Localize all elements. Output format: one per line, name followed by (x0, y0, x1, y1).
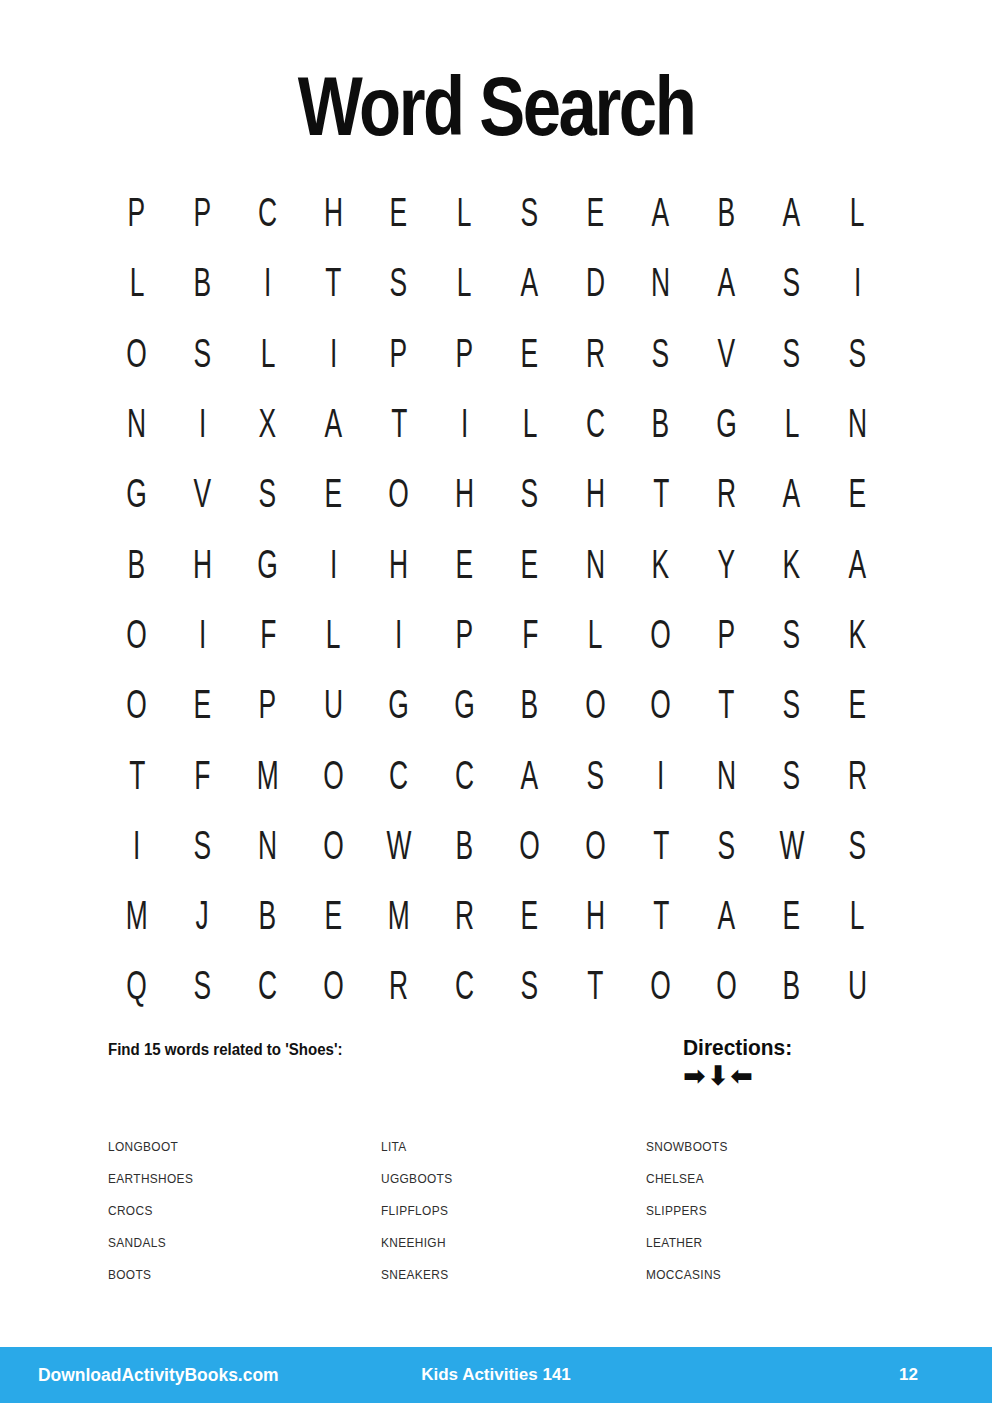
grid-letter: L (850, 895, 865, 936)
grid-cell-r6c9[interactable]: K (628, 528, 694, 598)
grid-letter: E (521, 895, 539, 936)
clue-text: Find 15 words related to 'Shoes': (108, 1041, 342, 1059)
grid-cell-r8c6[interactable]: G (432, 669, 498, 739)
grid-letter: S (783, 332, 801, 373)
grid-cell-r3c10[interactable]: V (694, 318, 760, 388)
grid-letter: I (264, 262, 271, 303)
grid-cell-r12c9[interactable]: O (628, 950, 694, 1020)
word-list-item: UGGBOOTS (381, 1171, 614, 1203)
grid-letter: A (717, 895, 735, 936)
word-list-item: SANDALS (108, 1235, 348, 1267)
grid-cell-r6c3[interactable]: G (235, 528, 301, 598)
grid-letter: A (848, 543, 866, 584)
grid-cell-r9c11[interactable]: S (759, 739, 825, 809)
grid-cell-r3c11[interactable]: S (759, 318, 825, 388)
grid-cell-r11c1[interactable]: M (104, 880, 170, 950)
grid-cell-r8c4[interactable]: U (301, 669, 367, 739)
directions-label: Directions: (683, 1035, 792, 1061)
grid-letter: W (779, 824, 804, 865)
grid-cell-r2c12[interactable]: I (825, 247, 891, 317)
grid-cell-r12c8[interactable]: T (563, 950, 629, 1020)
grid-letter: S (717, 824, 735, 865)
grid-letter: I (133, 824, 140, 865)
grid-cell-r4c3[interactable]: X (235, 388, 301, 458)
grid-cell-r1c2[interactable]: P (170, 177, 236, 247)
grid-letter: L (260, 332, 275, 373)
grid-letter: G (257, 543, 278, 584)
grid-cell-r12c1[interactable]: Q (104, 950, 170, 1020)
grid-cell-r8c2[interactable]: E (170, 669, 236, 739)
grid-cell-r11c7[interactable]: E (497, 880, 563, 950)
grid-letter: O (650, 965, 671, 1006)
grid-letter: M (388, 895, 410, 936)
page: Word Search PPCHELSEABALLBITSLADNASIOSLI… (0, 0, 992, 1403)
grid-cell-r10c11[interactable]: W (759, 810, 825, 880)
grid-cell-r4c9[interactable]: B (628, 388, 694, 458)
grid-cell-r3c4[interactable]: I (301, 318, 367, 388)
grid-letter: R (586, 332, 605, 373)
grid-letter: X (259, 403, 277, 444)
grid-letter: V (717, 332, 735, 373)
grid-cell-r6c2[interactable]: H (170, 528, 236, 598)
grid-cell-r11c11[interactable]: E (759, 880, 825, 950)
grid-letter: Y (717, 543, 735, 584)
grid-letter: K (652, 543, 670, 584)
grid-letter: S (259, 473, 277, 514)
word-list-item: MOCCASINS (646, 1267, 728, 1299)
grid-letter: M (257, 754, 279, 795)
grid-cell-r9c12[interactable]: R (825, 739, 891, 809)
word-list-item: SNOWBOOTS (646, 1139, 728, 1171)
grid-cell-r12c7[interactable]: S (497, 950, 563, 1020)
grid-cell-r6c11[interactable]: K (759, 528, 825, 598)
grid-letter: R (848, 754, 867, 795)
grid-cell-r6c7[interactable]: E (497, 528, 563, 598)
grid-cell-r7c3[interactable]: F (235, 599, 301, 669)
grid-cell-r5c6[interactable]: H (432, 458, 498, 528)
grid-cell-r2c4[interactable]: T (301, 247, 367, 317)
grid-letter: L (588, 614, 603, 655)
grid-letter: O (650, 614, 671, 655)
grid-letter: T (129, 754, 145, 795)
grid-cell-r5c3[interactable]: S (235, 458, 301, 528)
grid-letter: E (586, 192, 604, 233)
grid-cell-r12c11[interactable]: B (759, 950, 825, 1020)
grid-letter: W (386, 824, 411, 865)
grid-letter: L (129, 262, 144, 303)
grid-cell-r4c5[interactable]: T (366, 388, 432, 458)
grid-cell-r2c5[interactable]: S (366, 247, 432, 317)
grid-letter: P (259, 684, 277, 725)
grid-letter: A (521, 262, 539, 303)
grid-letter: R (455, 895, 474, 936)
grid-cell-r6c4[interactable]: I (301, 528, 367, 598)
grid-cell-r5c11[interactable]: A (759, 458, 825, 528)
grid-cell-r1c12[interactable]: L (825, 177, 891, 247)
grid-cell-r3c6[interactable]: P (432, 318, 498, 388)
grid-letter: F (260, 614, 276, 655)
word-column-2: LITAUGGBOOTSFLIPFLOPSKNEEHIGHSNEAKERS (381, 1139, 646, 1299)
grid-cell-r2c8[interactable]: D (563, 247, 629, 317)
grid-cell-r3c9[interactable]: S (628, 318, 694, 388)
grid-letter: P (717, 614, 735, 655)
grid-letter: E (848, 473, 866, 514)
grid-letter: A (521, 754, 539, 795)
grid-letter: B (521, 684, 539, 725)
grid-letter: S (193, 332, 211, 373)
grid-letter: S (390, 262, 408, 303)
grid-letter: O (126, 684, 147, 725)
grid-letter: U (324, 684, 343, 725)
grid-cell-r2c6[interactable]: L (432, 247, 498, 317)
grid-letter: G (126, 473, 147, 514)
grid-cell-r5c12[interactable]: E (825, 458, 891, 528)
grid-cell-r11c4[interactable]: E (301, 880, 367, 950)
grid-cell-r7c8[interactable]: L (563, 599, 629, 669)
grid-letter: H (324, 192, 343, 233)
grid-letter: G (454, 684, 475, 725)
grid-cell-r11c5[interactable]: M (366, 880, 432, 950)
grid-cell-r12c5[interactable]: R (366, 950, 432, 1020)
grid-cell-r11c2[interactable]: J (170, 880, 236, 950)
grid-cell-r1c9[interactable]: A (628, 177, 694, 247)
grid-letter: S (521, 192, 539, 233)
grid-letter: N (848, 403, 867, 444)
word-column-1: LONGBOOTEARTHSHOESCROCSSANDALSBOOTS (108, 1139, 381, 1299)
grid-cell-r11c6[interactable]: R (432, 880, 498, 950)
grid-cell-r5c2[interactable]: V (170, 458, 236, 528)
grid-letter: P (193, 192, 211, 233)
grid-cell-r4c6[interactable]: I (432, 388, 498, 458)
grid-letter: E (521, 332, 539, 373)
grid-cell-r9c3[interactable]: M (235, 739, 301, 809)
grid-cell-r5c9[interactable]: T (628, 458, 694, 528)
grid-cell-r6c1[interactable]: B (104, 528, 170, 598)
grid-cell-r11c8[interactable]: H (563, 880, 629, 950)
grid-letter: C (586, 403, 605, 444)
grid-cell-r11c12[interactable]: L (825, 880, 891, 950)
grid-letter: N (258, 824, 277, 865)
arrow-left-icon: ⬅ (730, 1062, 753, 1089)
grid-cell-r2c2[interactable]: B (170, 247, 236, 317)
grid-cell-r5c5[interactable]: O (366, 458, 432, 528)
word-list-item: LONGBOOT (108, 1139, 348, 1171)
grid-cell-r7c10[interactable]: P (694, 599, 760, 669)
grid-letter: I (330, 332, 337, 373)
grid-letter: G (716, 403, 737, 444)
grid-letter: U (848, 965, 867, 1006)
word-column-3: SNOWBOOTSCHELSEASLIPPERSLEATHERMOCCASINS (646, 1139, 739, 1299)
grid-letter: R (717, 473, 736, 514)
grid-cell-r1c6[interactable]: L (432, 177, 498, 247)
grid-cell-r12c3[interactable]: C (235, 950, 301, 1020)
grid-letter: S (193, 965, 211, 1006)
grid-letter: B (652, 403, 670, 444)
grid-cell-r1c1[interactable]: P (104, 177, 170, 247)
grid-cell-r5c10[interactable]: R (694, 458, 760, 528)
word-list-item: CHELSEA (646, 1171, 728, 1203)
grid-cell-r3c3[interactable]: L (235, 318, 301, 388)
grid-letter: S (848, 824, 866, 865)
grid-letter: E (324, 473, 342, 514)
word-list-item: SLIPPERS (646, 1203, 728, 1235)
grid-letter: Q (126, 965, 147, 1006)
word-list-item: FLIPFLOPS (381, 1203, 614, 1235)
grid-cell-r8c7[interactable]: B (497, 669, 563, 739)
grid-letter: I (461, 403, 468, 444)
grid-cell-r2c3[interactable]: I (235, 247, 301, 317)
grid-letter: T (325, 262, 341, 303)
grid-letter: N (127, 403, 146, 444)
grid-letter: S (848, 332, 866, 373)
grid-letter: T (391, 403, 407, 444)
grid-letter: A (717, 262, 735, 303)
grid-letter: H (389, 543, 408, 584)
grid-cell-r2c9[interactable]: N (628, 247, 694, 317)
word-list-item: EARTHSHOES (108, 1171, 348, 1203)
grid-cell-r6c12[interactable]: A (825, 528, 891, 598)
grid-cell-r2c11[interactable]: S (759, 247, 825, 317)
grid-letter: S (521, 965, 539, 1006)
grid-letter: A (783, 473, 801, 514)
grid-cell-r3c2[interactable]: S (170, 318, 236, 388)
footer-website: DownloadActivityBooks.com (38, 1365, 279, 1386)
grid-cell-r12c12[interactable]: U (825, 950, 891, 1020)
letter-grid: PPCHELSEABALLBITSLADNASIOSLIPPERSVSSNIXA… (104, 177, 890, 1021)
footer-book-title: Kids Activities 141 (421, 1365, 571, 1385)
grid-cell-r10c9[interactable]: T (628, 810, 694, 880)
grid-letter: I (395, 614, 402, 655)
grid-letter: H (586, 895, 605, 936)
grid-letter: S (652, 332, 670, 373)
grid-cell-r1c10[interactable]: B (694, 177, 760, 247)
grid-letter: A (324, 403, 342, 444)
grid-cell-r5c1[interactable]: G (104, 458, 170, 528)
grid-cell-r10c6[interactable]: B (432, 810, 498, 880)
grid-letter: C (455, 965, 474, 1006)
word-list-item: LEATHER (646, 1235, 728, 1267)
grid-letter: N (717, 754, 736, 795)
grid-cell-r6c6[interactable]: E (432, 528, 498, 598)
grid-cell-r9c2[interactable]: F (170, 739, 236, 809)
grid-cell-r1c11[interactable]: A (759, 177, 825, 247)
footer-bar: DownloadActivityBooks.com Kids Activitie… (0, 1347, 992, 1403)
grid-cell-r12c10[interactable]: O (694, 950, 760, 1020)
grid-cell-r2c7[interactable]: A (497, 247, 563, 317)
grid-cell-r11c9[interactable]: T (628, 880, 694, 950)
grid-cell-r4c1[interactable]: N (104, 388, 170, 458)
grid-letter: O (650, 684, 671, 725)
grid-letter: S (521, 473, 539, 514)
grid-cell-r1c7[interactable]: S (497, 177, 563, 247)
grid-letter: T (718, 684, 734, 725)
grid-cell-r7c9[interactable]: O (628, 599, 694, 669)
grid-cell-r10c4[interactable]: O (301, 810, 367, 880)
grid-letter: A (652, 192, 670, 233)
grid-cell-r12c2[interactable]: S (170, 950, 236, 1020)
grid-cell-r5c7[interactable]: S (497, 458, 563, 528)
grid-cell-r7c7[interactable]: F (497, 599, 563, 669)
grid-cell-r7c4[interactable]: L (301, 599, 367, 669)
grid-cell-r7c5[interactable]: I (366, 599, 432, 669)
grid-cell-r4c8[interactable]: C (563, 388, 629, 458)
grid-letter: E (783, 895, 801, 936)
grid-cell-r4c2[interactable]: I (170, 388, 236, 458)
grid-cell-r4c7[interactable]: L (497, 388, 563, 458)
grid-cell-r1c4[interactable]: H (301, 177, 367, 247)
grid-cell-r3c5[interactable]: P (366, 318, 432, 388)
grid-letter: O (126, 332, 147, 373)
grid-letter: T (653, 895, 669, 936)
grid-letter: B (259, 895, 277, 936)
grid-cell-r2c1[interactable]: L (104, 247, 170, 317)
grid-letter: L (850, 192, 865, 233)
grid-cell-r10c3[interactable]: N (235, 810, 301, 880)
grid-cell-r4c11[interactable]: L (759, 388, 825, 458)
grid-cell-r12c4[interactable]: O (301, 950, 367, 1020)
word-list-item: LITA (381, 1139, 614, 1171)
grid-cell-r4c4[interactable]: A (301, 388, 367, 458)
grid-letter: I (854, 262, 861, 303)
grid-cell-r6c5[interactable]: H (366, 528, 432, 598)
grid-letter: L (457, 192, 472, 233)
grid-letter: N (651, 262, 670, 303)
grid-letter: L (784, 403, 799, 444)
grid-letter: S (193, 824, 211, 865)
grid-cell-r7c1[interactable]: O (104, 599, 170, 669)
grid-cell-r8c9[interactable]: O (628, 669, 694, 739)
grid-cell-r8c1[interactable]: O (104, 669, 170, 739)
grid-cell-r8c10[interactable]: T (694, 669, 760, 739)
grid-letter: L (457, 262, 472, 303)
grid-cell-r9c6[interactable]: C (432, 739, 498, 809)
grid-letter: E (848, 684, 866, 725)
grid-letter: P (390, 332, 408, 373)
grid-letter: S (783, 684, 801, 725)
grid-letter: L (326, 614, 341, 655)
grid-cell-r9c7[interactable]: A (497, 739, 563, 809)
grid-letter: E (455, 543, 473, 584)
grid-cell-r7c2[interactable]: I (170, 599, 236, 669)
grid-letter: H (455, 473, 474, 514)
grid-letter: C (258, 192, 277, 233)
grid-cell-r8c8[interactable]: O (563, 669, 629, 739)
grid-cell-r4c10[interactable]: G (694, 388, 760, 458)
grid-cell-r11c10[interactable]: A (694, 880, 760, 950)
grid-letter: O (716, 965, 737, 1006)
grid-letter: K (848, 614, 866, 655)
grid-cell-r9c10[interactable]: N (694, 739, 760, 809)
word-list: LONGBOOTEARTHSHOESCROCSSANDALSBOOTS LITA… (108, 1139, 739, 1299)
grid-letter: H (586, 473, 605, 514)
grid-letter: S (783, 262, 801, 303)
grid-letter: O (585, 684, 606, 725)
grid-cell-r8c5[interactable]: G (366, 669, 432, 739)
footer-page-number: 12 (899, 1365, 918, 1385)
grid-letter: H (193, 543, 212, 584)
grid-cell-r9c1[interactable]: T (104, 739, 170, 809)
grid-cell-r1c3[interactable]: C (235, 177, 301, 247)
grid-letter: G (388, 684, 409, 725)
grid-cell-r12c6[interactable]: C (432, 950, 498, 1020)
grid-cell-r9c5[interactable]: C (366, 739, 432, 809)
directions-section: Directions: ➡ ⬇ ⬅ (683, 1035, 798, 1089)
grid-letter: E (324, 895, 342, 936)
grid-cell-r9c8[interactable]: S (563, 739, 629, 809)
word-list-item: SNEAKERS (381, 1267, 614, 1299)
grid-letter: L (522, 403, 537, 444)
grid-cell-r7c11[interactable]: S (759, 599, 825, 669)
grid-cell-r3c12[interactable]: S (825, 318, 891, 388)
grid-letter: M (126, 895, 148, 936)
grid-letter: R (389, 965, 408, 1006)
grid-letter: E (193, 684, 211, 725)
grid-cell-r10c7[interactable]: O (497, 810, 563, 880)
grid-letter: O (388, 473, 409, 514)
grid-cell-r3c1[interactable]: O (104, 318, 170, 388)
grid-letter: P (455, 614, 473, 655)
grid-cell-r7c12[interactable]: K (825, 599, 891, 669)
grid-cell-r10c5[interactable]: W (366, 810, 432, 880)
grid-cell-r6c10[interactable]: Y (694, 528, 760, 598)
grid-letter: B (717, 192, 735, 233)
grid-cell-r8c3[interactable]: P (235, 669, 301, 739)
grid-cell-r6c8[interactable]: N (563, 528, 629, 598)
grid-letter: D (586, 262, 605, 303)
grid-letter: I (330, 543, 337, 584)
grid-cell-r9c4[interactable]: O (301, 739, 367, 809)
grid-letter: O (585, 824, 606, 865)
grid-cell-r2c10[interactable]: A (694, 247, 760, 317)
grid-cell-r3c8[interactable]: R (563, 318, 629, 388)
grid-letter: N (586, 543, 605, 584)
grid-letter: I (199, 403, 206, 444)
grid-cell-r10c2[interactable]: S (170, 810, 236, 880)
grid-cell-r8c12[interactable]: E (825, 669, 891, 739)
word-list-item: KNEEHIGH (381, 1235, 614, 1267)
grid-cell-r9c9[interactable]: I (628, 739, 694, 809)
grid-cell-r4c12[interactable]: N (825, 388, 891, 458)
grid-cell-r5c8[interactable]: H (563, 458, 629, 528)
grid-letter: O (126, 614, 147, 655)
grid-letter: P (128, 192, 146, 233)
grid-letter: S (783, 614, 801, 655)
grid-letter: I (657, 754, 664, 795)
grid-letter: A (783, 192, 801, 233)
arrow-down-icon: ⬇ (707, 1062, 730, 1089)
grid-letter: V (193, 473, 211, 514)
grid-cell-r10c10[interactable]: S (694, 810, 760, 880)
grid-cell-r3c7[interactable]: E (497, 318, 563, 388)
grid-cell-r5c4[interactable]: E (301, 458, 367, 528)
grid-letter: E (390, 192, 408, 233)
grid-letter: T (653, 824, 669, 865)
grid-letter: J (196, 895, 209, 936)
grid-letter: B (783, 965, 801, 1006)
grid-cell-r10c1[interactable]: I (104, 810, 170, 880)
grid-cell-r7c6[interactable]: P (432, 599, 498, 669)
grid-letter: E (521, 543, 539, 584)
grid-cell-r10c12[interactable]: S (825, 810, 891, 880)
grid-cell-r11c3[interactable]: B (235, 880, 301, 950)
grid-cell-r8c11[interactable]: S (759, 669, 825, 739)
grid-cell-r10c8[interactable]: O (563, 810, 629, 880)
grid-cell-r1c8[interactable]: E (563, 177, 629, 247)
grid-letter: O (323, 754, 344, 795)
grid-letter: B (193, 262, 211, 303)
grid-letter: S (783, 754, 801, 795)
grid-cell-r1c5[interactable]: E (366, 177, 432, 247)
